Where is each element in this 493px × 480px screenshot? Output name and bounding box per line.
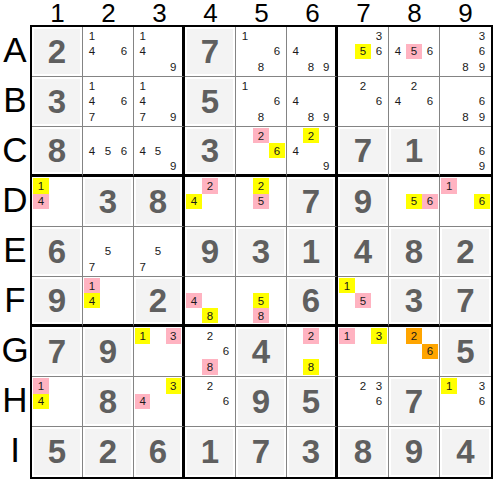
cell-I7[interactable]: 8 [338, 427, 389, 477]
cell-D9[interactable]: 16 [440, 177, 491, 227]
pencil-marks: 26 [390, 328, 438, 375]
cell-F5[interactable]: 58 [236, 277, 287, 327]
cell-G2[interactable]: 9 [83, 327, 134, 377]
pencil-marks: 14 [33, 378, 81, 425]
candidate-digit: 2 [355, 378, 371, 394]
cell-A7[interactable]: 356 [338, 27, 389, 77]
cell-H4[interactable]: 26 [185, 377, 236, 427]
candidate-digit: 9 [319, 109, 334, 125]
candidate-digit: 4 [288, 143, 303, 158]
big-digit: 9 [85, 329, 131, 374]
candidate-digit: 1 [441, 178, 457, 194]
cell-E8[interactable]: 8 [389, 227, 440, 277]
big-digit: 2 [136, 279, 180, 322]
candidate-digit: 1 [84, 78, 100, 94]
col-label-8: 8 [389, 0, 440, 26]
pencil-marks: 57 [84, 228, 132, 275]
candidate-digit: 5 [355, 44, 371, 60]
cell-D1[interactable]: 14 [32, 177, 83, 227]
pencil-marks: 268 [186, 328, 234, 375]
cell-H5[interactable]: 9 [236, 377, 287, 427]
candidate-digit: 8 [253, 308, 269, 323]
pencil-marks: 14 [84, 278, 132, 323]
cell-E4[interactable]: 9 [185, 227, 236, 277]
candidate-digit: 6 [474, 194, 490, 210]
big-digit: 9 [340, 179, 386, 224]
candidate-digit: 4 [390, 44, 406, 60]
row-label-I: I [0, 425, 30, 475]
candidate-digit: 5 [355, 293, 371, 308]
candidate-digit: 2 [406, 78, 422, 94]
cell-C6[interactable]: 249 [287, 127, 338, 177]
cell-I8[interactable]: 9 [389, 427, 440, 477]
big-digit: 1 [391, 129, 437, 172]
col-label-7: 7 [338, 0, 389, 26]
row-label-B: B [0, 75, 30, 125]
cell-B3[interactable]: 1479 [134, 77, 185, 127]
candidate-digit: 6 [269, 94, 285, 110]
cell-C7[interactable]: 7 [338, 127, 389, 177]
cell-B6[interactable]: 489 [287, 77, 338, 127]
candidate-digit: 1 [339, 278, 355, 293]
sudoku-app: 123456789 ABCDEFGHI 21461497168489356456… [0, 0, 493, 480]
cell-C9[interactable]: 69 [440, 127, 491, 177]
candidate-digit: 2 [202, 328, 218, 344]
cell-A2[interactable]: 146 [83, 27, 134, 77]
cell-C8[interactable]: 1 [389, 127, 440, 177]
pencil-marks: 16 [441, 178, 490, 225]
big-digit: 8 [34, 129, 80, 172]
pencil-marks: 48 [186, 278, 234, 323]
candidate-digit: 3 [474, 378, 490, 394]
cell-C1[interactable]: 8 [32, 127, 83, 177]
col-label-2: 2 [83, 0, 134, 26]
pencil-marks: 56 [390, 178, 438, 225]
candidate-digit: 7 [135, 259, 150, 275]
candidate-digit: 6 [218, 344, 234, 360]
candidate-digit: 8 [457, 109, 473, 125]
pencil-marks: 236 [339, 378, 387, 425]
row-label-F: F [0, 275, 30, 325]
candidate-digit: 1 [135, 28, 150, 44]
candidate-digit: 4 [84, 44, 100, 60]
pencil-marks: 26 [339, 78, 387, 125]
candidate-digit: 1 [339, 328, 355, 344]
cell-I9[interactable]: 4 [440, 427, 491, 477]
candidate-digit: 8 [303, 59, 318, 75]
pencil-marks: 246 [390, 78, 438, 125]
cell-H6[interactable]: 5 [287, 377, 338, 427]
pencil-marks: 146 [84, 28, 132, 75]
candidate-digit: 4 [135, 394, 150, 410]
big-digit: 9 [391, 429, 437, 475]
big-digit: 6 [289, 279, 333, 322]
big-digit: 1 [289, 229, 333, 274]
big-digit: 9 [187, 229, 233, 274]
col-label-9: 9 [440, 0, 491, 26]
big-digit: 1 [187, 429, 233, 475]
candidate-digit: 1 [237, 78, 253, 94]
column-labels: 123456789 [32, 0, 491, 25]
candidate-digit: 1 [135, 328, 150, 344]
row-label-A: A [0, 25, 30, 75]
candidate-digit: 2 [253, 178, 269, 194]
big-digit: 4 [442, 429, 489, 475]
cell-A5[interactable]: 168 [236, 27, 287, 77]
candidate-digit: 9 [166, 59, 181, 75]
candidate-digit: 8 [457, 59, 473, 75]
candidate-digit: 3 [371, 378, 387, 394]
cell-B1[interactable]: 3 [32, 77, 83, 127]
col-label-3: 3 [134, 0, 185, 26]
cell-F2[interactable]: 14 [83, 277, 134, 327]
big-digit: 8 [391, 229, 437, 274]
candidate-digit: 5 [253, 293, 269, 308]
big-digit: 6 [34, 229, 80, 274]
cell-E3[interactable]: 57 [134, 227, 185, 277]
candidate-digit: 6 [422, 44, 438, 60]
candidate-digit: 2 [202, 378, 218, 394]
candidate-digit: 9 [474, 158, 490, 173]
cell-G5[interactable]: 4 [236, 327, 287, 377]
candidate-digit: 6 [218, 394, 234, 410]
cell-H1[interactable]: 14 [32, 377, 83, 427]
cell-D3[interactable]: 8 [134, 177, 185, 227]
col-label-4: 4 [185, 0, 236, 26]
pencil-marks: 456 [390, 28, 438, 75]
cell-D8[interactable]: 56 [389, 177, 440, 227]
candidate-digit: 6 [116, 143, 132, 158]
candidate-digit: 5 [253, 194, 269, 210]
pencil-marks: 26 [237, 128, 285, 173]
cell-A3[interactable]: 149 [134, 27, 185, 77]
big-digit: 8 [85, 379, 131, 424]
cell-E2[interactable]: 57 [83, 227, 134, 277]
big-digit: 5 [187, 79, 233, 124]
candidate-digit: 1 [441, 378, 457, 394]
candidate-digit: 4 [84, 143, 100, 158]
candidate-digit: 6 [371, 44, 387, 60]
cell-E1[interactable]: 6 [32, 227, 83, 277]
candidate-digit: 7 [135, 109, 150, 125]
candidate-digit: 8 [303, 109, 318, 125]
pencil-marks: 136 [441, 378, 490, 425]
pencil-marks: 3689 [441, 28, 490, 75]
big-digit: 9 [238, 379, 284, 424]
big-digit: 4 [238, 329, 284, 374]
cell-F4[interactable]: 48 [185, 277, 236, 327]
candidate-digit: 8 [202, 308, 218, 323]
big-digit: 2 [34, 29, 80, 74]
pencil-marks: 58 [237, 278, 285, 323]
cell-D5[interactable]: 25 [236, 177, 287, 227]
pencil-marks: 489 [288, 78, 334, 125]
cell-D4[interactable]: 24 [185, 177, 236, 227]
cell-G6[interactable]: 28 [287, 327, 338, 377]
cell-F8[interactable]: 3 [389, 277, 440, 327]
cell-H8[interactable]: 7 [389, 377, 440, 427]
candidate-digit: 8 [253, 59, 269, 75]
pencil-marks: 14 [33, 178, 81, 225]
cell-H3[interactable]: 34 [134, 377, 185, 427]
cell-A6[interactable]: 489 [287, 27, 338, 77]
candidate-digit: 2 [406, 328, 422, 344]
cell-D7[interactable]: 9 [338, 177, 389, 227]
cell-I6[interactable]: 3 [287, 427, 338, 477]
candidate-digit: 5 [100, 244, 116, 260]
big-digit: 7 [289, 179, 333, 224]
pencil-marks: 489 [288, 28, 334, 75]
cell-B4[interactable]: 5 [185, 77, 236, 127]
candidate-digit: 7 [84, 259, 100, 275]
pencil-marks: 149 [135, 28, 181, 75]
col-label-5: 5 [236, 0, 287, 26]
candidate-digit: 6 [422, 94, 438, 110]
cell-H2[interactable]: 8 [83, 377, 134, 427]
big-digit: 5 [289, 379, 333, 424]
cell-C5[interactable]: 26 [236, 127, 287, 177]
candidate-digit: 4 [33, 394, 49, 410]
candidate-digit: 6 [116, 94, 132, 110]
big-digit: 4 [340, 229, 386, 274]
candidate-digit: 9 [474, 59, 490, 75]
row-label-D: D [0, 175, 30, 225]
big-digit: 7 [34, 329, 80, 374]
candidate-digit: 6 [269, 143, 285, 158]
row-label-H: H [0, 375, 30, 425]
pencil-marks: 28 [288, 328, 334, 375]
candidate-digit: 1 [33, 178, 49, 194]
candidate-digit: 4 [84, 94, 100, 110]
cell-E5[interactable]: 3 [236, 227, 287, 277]
candidate-digit: 2 [303, 128, 318, 143]
cell-B2[interactable]: 1467 [83, 77, 134, 127]
big-digit: 8 [136, 179, 180, 224]
cell-F9[interactable]: 7 [440, 277, 491, 327]
pencil-marks: 1467 [84, 78, 132, 125]
candidate-digit: 5 [406, 194, 422, 210]
candidate-digit: 4 [288, 94, 303, 110]
pencil-marks: 1479 [135, 78, 181, 125]
col-label-6: 6 [287, 0, 338, 26]
candidate-digit: 5 [406, 44, 422, 60]
big-digit: 7 [238, 429, 284, 475]
candidate-digit: 4 [186, 293, 202, 308]
big-digit: 3 [391, 279, 437, 322]
cell-F1[interactable]: 9 [32, 277, 83, 327]
big-digit: 7 [340, 129, 386, 172]
cell-H7[interactable]: 236 [338, 377, 389, 427]
cell-I1[interactable]: 5 [32, 427, 83, 477]
cell-I4[interactable]: 1 [185, 427, 236, 477]
pencil-marks: 15 [339, 278, 387, 323]
pencil-marks: 689 [441, 78, 490, 125]
candidate-digit: 4 [288, 44, 303, 60]
big-digit: 5 [442, 329, 489, 374]
candidate-digit: 8 [253, 109, 269, 125]
pencil-marks: 25 [237, 178, 285, 225]
cell-C3[interactable]: 459 [134, 127, 185, 177]
candidate-digit: 6 [474, 394, 490, 410]
candidate-digit: 2 [355, 78, 371, 94]
candidate-digit: 6 [371, 94, 387, 110]
row-label-G: G [0, 325, 30, 375]
cell-D2[interactable]: 3 [83, 177, 134, 227]
pencil-marks: 249 [288, 128, 334, 173]
cell-E6[interactable]: 1 [287, 227, 338, 277]
candidate-digit: 3 [371, 328, 387, 344]
candidate-digit: 8 [202, 359, 218, 375]
candidate-digit: 6 [422, 194, 438, 210]
candidate-digit: 6 [474, 94, 490, 110]
pencil-marks: 26 [186, 378, 234, 425]
big-digit: 3 [34, 79, 80, 124]
big-digit: 2 [442, 229, 489, 274]
cell-F7[interactable]: 15 [338, 277, 389, 327]
candidate-digit: 3 [371, 28, 387, 44]
row-label-C: C [0, 125, 30, 175]
candidate-digit: 9 [319, 158, 334, 173]
pencil-marks: 356 [339, 28, 387, 75]
candidate-digit: 3 [166, 328, 181, 344]
big-digit: 7 [187, 29, 233, 74]
big-digit: 3 [85, 179, 131, 224]
cell-G1[interactable]: 7 [32, 327, 83, 377]
candidate-digit: 8 [303, 359, 318, 375]
cell-F6[interactable]: 6 [287, 277, 338, 327]
candidate-digit: 2 [202, 178, 218, 194]
pencil-marks: 57 [135, 228, 181, 275]
sudoku-board: 2146149716848935645636893146714795168489… [30, 25, 493, 479]
cell-I2[interactable]: 2 [83, 427, 134, 477]
candidate-digit: 1 [84, 278, 100, 293]
big-digit: 3 [187, 129, 233, 172]
cell-B9[interactable]: 689 [440, 77, 491, 127]
cell-G9[interactable]: 5 [440, 327, 491, 377]
candidate-digit: 6 [116, 44, 132, 60]
candidate-digit: 1 [237, 28, 253, 44]
pencil-marks: 34 [135, 378, 181, 425]
cell-E7[interactable]: 4 [338, 227, 389, 277]
candidate-digit: 6 [269, 44, 285, 60]
big-digit: 5 [34, 429, 80, 475]
cell-A9[interactable]: 3689 [440, 27, 491, 77]
big-digit: 8 [340, 429, 386, 475]
pencil-marks: 456 [84, 128, 132, 173]
col-label-1: 1 [32, 0, 83, 26]
candidate-digit: 6 [371, 394, 387, 410]
cell-I3[interactable]: 6 [134, 427, 185, 477]
big-digit: 7 [442, 279, 489, 322]
candidate-digit: 2 [303, 328, 318, 344]
candidate-digit: 6 [474, 44, 490, 60]
pencil-marks: 13 [339, 328, 387, 375]
big-digit: 7 [391, 379, 437, 424]
cell-E9[interactable]: 2 [440, 227, 491, 277]
candidate-digit: 4 [135, 94, 150, 110]
cell-G3[interactable]: 13 [134, 327, 185, 377]
candidate-digit: 3 [474, 28, 490, 44]
cell-B8[interactable]: 246 [389, 77, 440, 127]
big-digit: 3 [238, 229, 284, 274]
candidate-digit: 1 [33, 378, 49, 394]
pencil-marks: 24 [186, 178, 234, 225]
candidate-digit: 4 [186, 194, 202, 210]
pencil-marks: 168 [237, 28, 285, 75]
cell-B7[interactable]: 26 [338, 77, 389, 127]
candidate-digit: 9 [474, 109, 490, 125]
big-digit: 6 [136, 429, 180, 475]
cell-A8[interactable]: 456 [389, 27, 440, 77]
cell-C4[interactable]: 3 [185, 127, 236, 177]
candidate-digit: 4 [33, 194, 49, 210]
cell-A1[interactable]: 2 [32, 27, 83, 77]
cell-I5[interactable]: 7 [236, 427, 287, 477]
candidate-digit: 9 [166, 158, 181, 173]
cell-G8[interactable]: 26 [389, 327, 440, 377]
cell-H9[interactable]: 136 [440, 377, 491, 427]
candidate-digit: 4 [135, 143, 150, 158]
pencil-marks: 69 [441, 128, 490, 173]
candidate-digit: 1 [84, 28, 100, 44]
candidate-digit: 9 [319, 59, 334, 75]
cell-G4[interactable]: 268 [185, 327, 236, 377]
candidate-digit: 5 [150, 143, 165, 158]
candidate-digit: 7 [84, 109, 100, 125]
candidate-digit: 3 [166, 378, 181, 394]
candidate-digit: 5 [100, 143, 116, 158]
pencil-marks: 168 [237, 78, 285, 125]
candidate-digit: 6 [422, 344, 438, 360]
big-digit: 2 [85, 429, 131, 475]
candidate-digit: 9 [166, 109, 181, 125]
candidate-digit: 4 [135, 44, 150, 60]
cell-C2[interactable]: 456 [83, 127, 134, 177]
candidate-digit: 4 [390, 94, 406, 110]
pencil-marks: 459 [135, 128, 181, 173]
cell-G7[interactable]: 13 [338, 327, 389, 377]
cell-A4[interactable]: 7 [185, 27, 236, 77]
candidate-digit: 5 [150, 244, 165, 260]
candidate-digit: 6 [474, 143, 490, 158]
cell-B5[interactable]: 168 [236, 77, 287, 127]
pencil-marks: 13 [135, 328, 181, 375]
row-labels: ABCDEFGHI [0, 25, 30, 475]
cell-F3[interactable]: 2 [134, 277, 185, 327]
big-digit: 3 [289, 429, 333, 475]
candidate-digit: 4 [84, 293, 100, 308]
big-digit: 9 [34, 279, 80, 322]
candidate-digit: 2 [253, 128, 269, 143]
row-label-E: E [0, 225, 30, 275]
cell-D6[interactable]: 7 [287, 177, 338, 227]
candidate-digit: 1 [135, 78, 150, 94]
